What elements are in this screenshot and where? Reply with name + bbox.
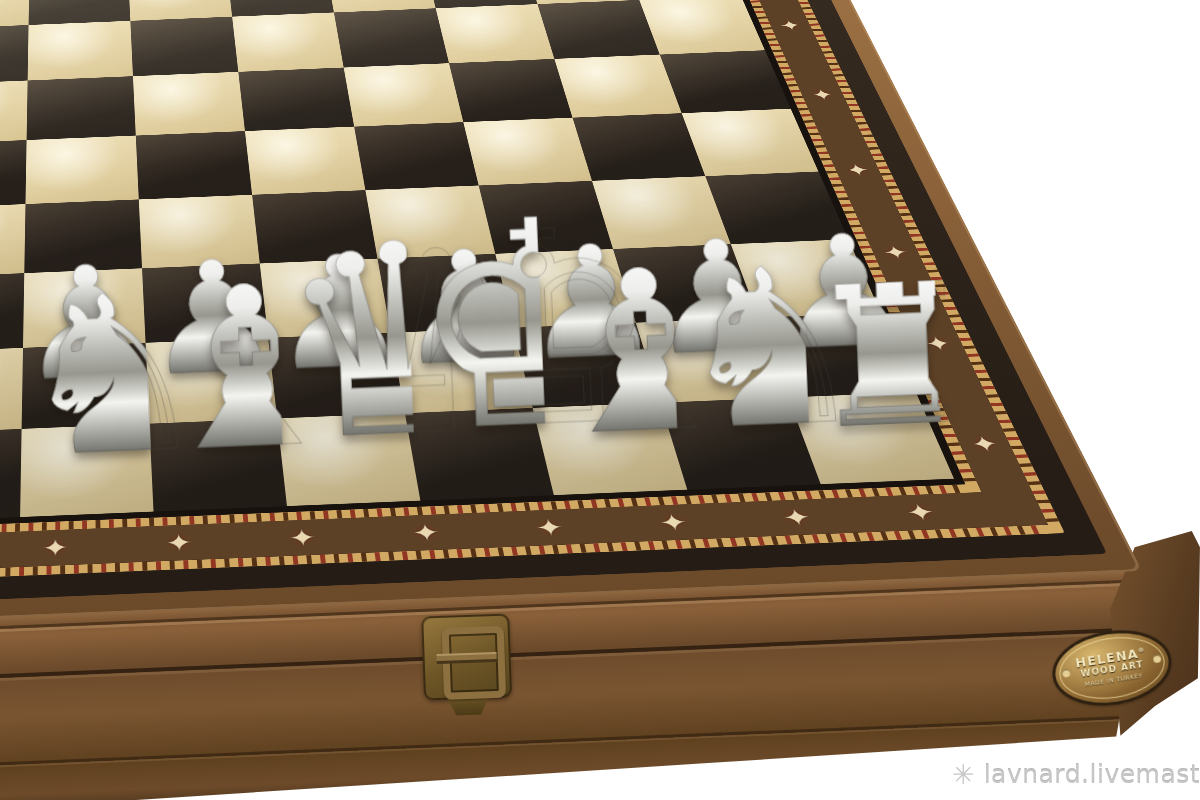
piece-gold-pawn-e7[interactable]: ♟ [335, 0, 444, 50]
piece-gold-pawn-c7[interactable]: ♟ [127, 0, 236, 58]
badge-brand-name: HELENA® [1074, 646, 1146, 670]
piece-silver-king-e1[interactable]: ♚ [404, 185, 547, 472]
product-photo: ✦✦✦✦✦✦✦✦✦ ✦✦✦✦✦✦✦ ✦✦✦✦✦✦✦ ✦✦✦✦✦✦✦✦✦ ♜♞♝♛… [0, 0, 1200, 800]
badge-dot [1062, 669, 1071, 678]
registered-mark: ® [1137, 646, 1145, 654]
piece-gold-pawn-d7[interactable]: ♟ [231, 0, 340, 54]
piece-silver-knight-g1[interactable]: ♞ [670, 240, 810, 462]
watermark: ✳ lavnard.livemaster.ru [952, 760, 1200, 789]
piece-gold-pawn-h7[interactable]: ♟ [648, 0, 757, 37]
piece-silver-queen-d1[interactable]: ♛ [273, 209, 415, 478]
piece-silver-bishop-f1[interactable]: ♝ [538, 241, 679, 467]
watermark-text: lavnard.livemaster.ru [984, 760, 1200, 789]
latch-bar [437, 652, 497, 664]
piece-gold-pawn-a7[interactable]: ♟ [0, 0, 28, 67]
badge-line3: MADE IN TURKEY [1084, 671, 1143, 688]
case-latch [421, 613, 513, 720]
piece-gold-pawn-b7[interactable]: ♟ [23, 0, 132, 63]
chess-board: ✦✦✦✦✦✦✦✦✦ ✦✦✦✦✦✦✦ ✦✦✦✦✦✦✦ ✦✦✦✦✦✦✦✦✦ ♜♞♝♛… [0, 0, 1142, 629]
badge-line2: WOOD ART [1080, 660, 1145, 681]
piece-gold-pawn-f7[interactable]: ♟ [440, 0, 549, 46]
badge-dot [1153, 654, 1162, 663]
piece-silver-knight-b1[interactable]: ♞ [12, 267, 152, 489]
board-perspective-wrap: ✦✦✦✦✦✦✦✦✦ ✦✦✦✦✦✦✦ ✦✦✦✦✦✦✦ ✦✦✦✦✦✦✦✦✦ ♜♞♝♛… [0, 0, 1200, 800]
livemaster-flower-icon: ✳ [952, 761, 975, 788]
piece-gold-pawn-g7[interactable]: ♟ [544, 0, 653, 41]
piece-silver-bishop-c1[interactable]: ♝ [143, 257, 284, 483]
piece-silver-rook-h1[interactable]: ♜ [802, 258, 942, 456]
